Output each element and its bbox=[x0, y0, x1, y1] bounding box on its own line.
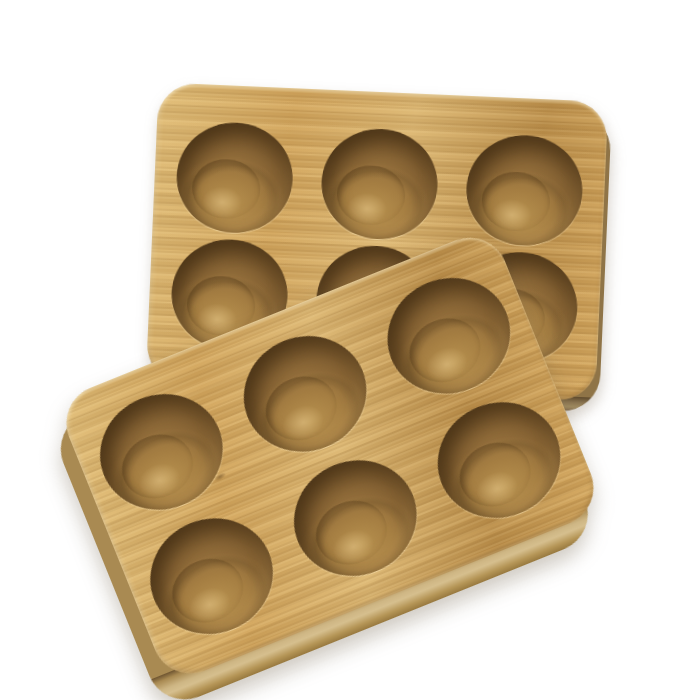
pit-front-r2-c3[interactable] bbox=[420, 383, 578, 535]
pit-front-r1-c1[interactable] bbox=[82, 375, 240, 527]
pit-front-r1-c2[interactable] bbox=[226, 317, 384, 469]
board-photo-scene bbox=[0, 0, 700, 700]
pit-front-r2-c2[interactable] bbox=[276, 442, 434, 594]
pit-front-r2-c1[interactable] bbox=[133, 500, 291, 652]
pit-back-r1-c2[interactable] bbox=[319, 126, 440, 241]
pit-back-r1-c1[interactable] bbox=[174, 120, 295, 235]
pit-front-r1-c3[interactable] bbox=[370, 259, 528, 411]
